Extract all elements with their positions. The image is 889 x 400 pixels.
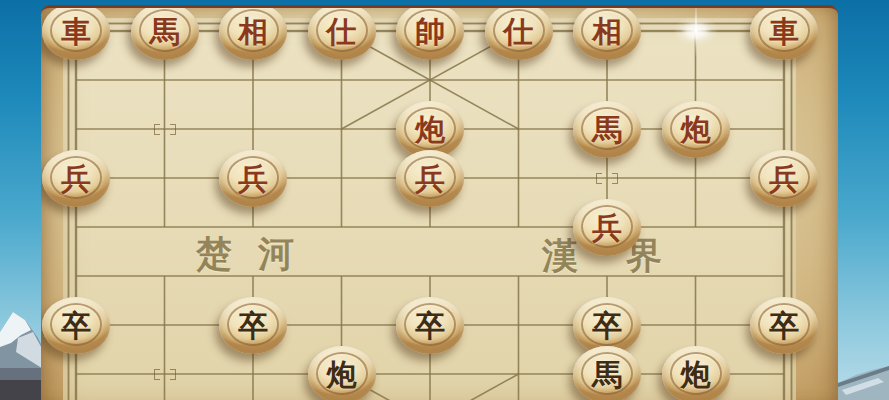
piece-black-horse[interactable]: 馬: [573, 346, 641, 400]
piece-red-cannon[interactable]: 炮: [662, 101, 730, 158]
piece-black-soldier[interactable]: 卒: [750, 297, 818, 354]
piece-red-soldier[interactable]: 兵: [750, 150, 818, 207]
piece-glyph: 車: [769, 17, 799, 47]
scene: 楚河 漢界 車馬相仕帥仕相車炮馬炮兵兵兵兵兵卒卒卒卒卒炮馬炮: [0, 0, 889, 400]
piece-black-cannon[interactable]: 炮: [662, 346, 730, 400]
piece-glyph: 卒: [592, 311, 622, 341]
piece-black-cannon[interactable]: 炮: [308, 346, 376, 400]
point-marker: [595, 170, 619, 186]
piece-glyph: 炮: [327, 360, 357, 390]
point-marker: [153, 366, 177, 382]
piece-glyph: 卒: [769, 311, 799, 341]
piece-red-elephant[interactable]: 相: [219, 5, 287, 60]
piece-glyph: 馬: [150, 17, 180, 47]
piece-black-soldier[interactable]: 卒: [42, 297, 110, 354]
point-marker: [153, 121, 177, 137]
piece-glyph: 兵: [592, 213, 622, 243]
piece-glyph: 仕: [504, 17, 534, 47]
piece-glyph: 帥: [415, 17, 445, 47]
xiangqi-board[interactable]: 楚河 漢界 車馬相仕帥仕相車炮馬炮兵兵兵兵兵卒卒卒卒卒炮馬炮: [41, 5, 838, 400]
piece-black-soldier[interactable]: 卒: [219, 297, 287, 354]
piece-red-soldier[interactable]: 兵: [396, 150, 464, 207]
piece-glyph: 仕: [327, 17, 357, 47]
piece-glyph: 馬: [592, 360, 622, 390]
piece-glyph: 卒: [238, 311, 268, 341]
piece-red-soldier[interactable]: 兵: [42, 150, 110, 207]
piece-glyph: 兵: [61, 164, 91, 194]
piece-glyph: 相: [592, 17, 622, 47]
piece-red-elephant[interactable]: 相: [573, 5, 641, 60]
move-highlight-glow: [673, 16, 719, 46]
piece-glyph: 卒: [61, 311, 91, 341]
piece-red-advisor[interactable]: 仕: [308, 5, 376, 60]
piece-glyph: 炮: [681, 360, 711, 390]
piece-red-chariot[interactable]: 車: [42, 5, 110, 60]
piece-red-general[interactable]: 帥: [396, 5, 464, 60]
piece-glyph: 炮: [681, 115, 711, 145]
piece-red-soldier[interactable]: 兵: [219, 150, 287, 207]
piece-red-chariot[interactable]: 車: [750, 5, 818, 60]
piece-glyph: 兵: [769, 164, 799, 194]
piece-red-horse[interactable]: 馬: [131, 5, 199, 60]
piece-red-horse[interactable]: 馬: [573, 101, 641, 158]
piece-glyph: 相: [238, 17, 268, 47]
piece-glyph: 車: [61, 17, 91, 47]
mountain-right: [838, 362, 889, 400]
piece-glyph: 兵: [238, 164, 268, 194]
mountain-left: [0, 290, 45, 400]
piece-red-soldier[interactable]: 兵: [573, 199, 641, 256]
piece-red-advisor[interactable]: 仕: [485, 5, 553, 60]
piece-glyph: 兵: [415, 164, 445, 194]
river-text-left: 楚河: [196, 234, 320, 274]
piece-glyph: 卒: [415, 311, 445, 341]
piece-glyph: 炮: [415, 115, 445, 145]
piece-glyph: 馬: [592, 115, 622, 145]
piece-black-soldier[interactable]: 卒: [396, 297, 464, 354]
